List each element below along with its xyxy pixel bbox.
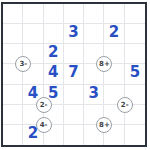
given-digit: 3 — [89, 86, 99, 101]
grid-cell-r3c7[interactable] — [125, 44, 145, 64]
grid-cell-r4c4: 7 — [64, 64, 84, 84]
given-digit: 3 — [68, 25, 78, 40]
grid-cell-r4c7: 5 — [125, 64, 145, 84]
given-digit: 2 — [109, 25, 119, 40]
given-digit: 7 — [68, 65, 78, 80]
grid-cell-r5c1[interactable] — [3, 85, 23, 105]
grid-cell-r1c2[interactable] — [23, 4, 43, 24]
mathrax-clue-circle: 3- — [15, 56, 31, 72]
grid-cell-r3c3: 2 — [44, 44, 64, 64]
grid-cell-r7c4[interactable] — [64, 125, 84, 145]
given-digit: 2 — [48, 45, 58, 60]
grid-cell-r3c4[interactable] — [64, 44, 84, 64]
grid-cell-r2c3[interactable] — [44, 24, 64, 44]
grid-cell-r2c1[interactable] — [3, 24, 23, 44]
mathrax-clue-circle: 8+ — [96, 56, 112, 72]
grid-cell-r2c6: 2 — [104, 24, 124, 44]
puzzle-grid: 3224754532 — [3, 4, 145, 145]
grid-cell-r7c7[interactable] — [125, 125, 145, 145]
grid-cell-r1c7[interactable] — [125, 4, 145, 24]
given-digit: 4 — [48, 65, 58, 80]
mathrax-clue-circle: 2- — [117, 97, 133, 113]
grid-cell-r1c1[interactable] — [3, 4, 23, 24]
grid-cell-r2c4: 3 — [64, 24, 84, 44]
grid-cell-r4c3: 4 — [44, 64, 64, 84]
grid-cell-r6c1[interactable] — [3, 105, 23, 125]
grid-cell-r1c6[interactable] — [104, 4, 124, 24]
grid-cell-r2c2[interactable] — [23, 24, 43, 44]
mathrax-clue-circle: 4- — [36, 117, 52, 133]
grid-cell-r1c3[interactable] — [44, 4, 64, 24]
mathrax-clue-circle: 2- — [36, 97, 52, 113]
grid-cell-r1c5[interactable] — [84, 4, 104, 24]
given-digit: 5 — [130, 65, 140, 80]
grid-cell-r5c5: 3 — [84, 85, 104, 105]
mathrax-clue-circle: 8+ — [96, 117, 112, 133]
grid-cell-r6c4[interactable] — [64, 105, 84, 125]
puzzle-board: 3224754532 3-8+2-2-4-8+ — [1, 2, 147, 147]
grid-cell-r7c1[interactable] — [3, 125, 23, 145]
given-digit: 5 — [48, 86, 58, 101]
given-digit: 4 — [28, 86, 38, 101]
grid-cell-r1c4[interactable] — [64, 4, 84, 24]
grid-cell-r5c4[interactable] — [64, 85, 84, 105]
grid-cell-r2c5[interactable] — [84, 24, 104, 44]
grid-cell-r2c7[interactable] — [125, 24, 145, 44]
